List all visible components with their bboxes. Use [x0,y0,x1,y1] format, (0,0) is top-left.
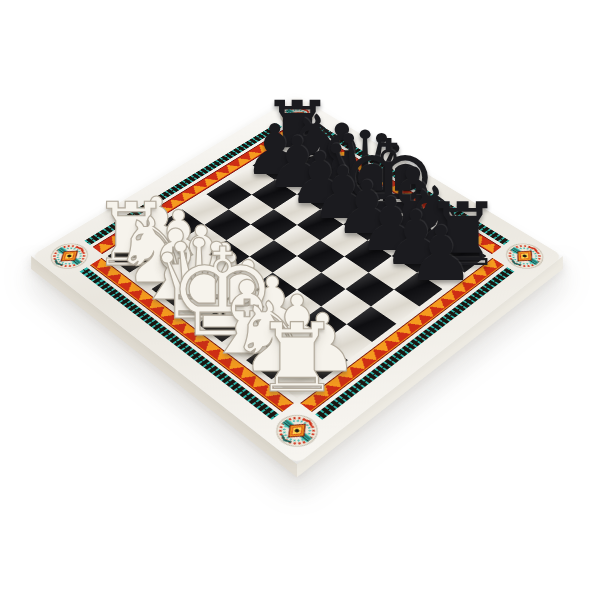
piece-black-pawn[interactable]: ♟ [407,218,475,294]
scene: ♜♞♝♛♚♝♞♜♟♟♟♟♟♟♟♟♟♟♟♟♟♟♟♟♜♞♝♛♚♝♞♜ [0,0,600,600]
piece-white-rook[interactable]: ♜ [254,310,339,405]
